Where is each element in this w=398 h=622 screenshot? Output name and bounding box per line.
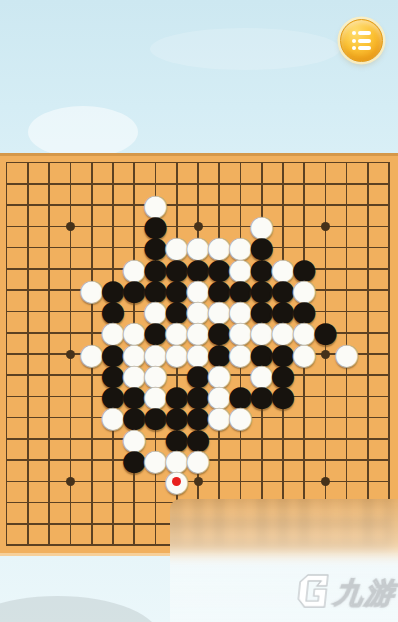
white-stone: ● [230, 407, 252, 429]
cloud [150, 28, 340, 70]
9game-logo-icon [291, 572, 335, 612]
app-screen: ●●●●●●●●●●●●●●●●●●●●●●●●●●●●●●●●●●●●●●●●… [0, 0, 398, 622]
menu-button[interactable] [340, 19, 383, 62]
white-stone: ● [293, 343, 315, 365]
list-menu-icon [352, 31, 372, 50]
star-point [194, 477, 203, 486]
star-point [66, 477, 75, 486]
board-grid: ●●●●●●●●●●●●●●●●●●●●●●●●●●●●●●●●●●●●●●●●… [6, 162, 390, 546]
white-stone: ● [336, 343, 358, 365]
go-board[interactable]: ●●●●●●●●●●●●●●●●●●●●●●●●●●●●●●●●●●●●●●●●… [0, 153, 398, 556]
sky-background [0, 0, 398, 153]
watermark: 九游 [291, 572, 398, 614]
star-point [321, 350, 330, 359]
star-point [321, 477, 330, 486]
cloud [28, 106, 138, 158]
star-point [66, 350, 75, 359]
star-point [321, 222, 330, 231]
star-point [66, 222, 75, 231]
white-stone: ● [187, 449, 209, 471]
black-stone: ● [272, 386, 294, 408]
watermark-text: 九游 [332, 574, 398, 614]
